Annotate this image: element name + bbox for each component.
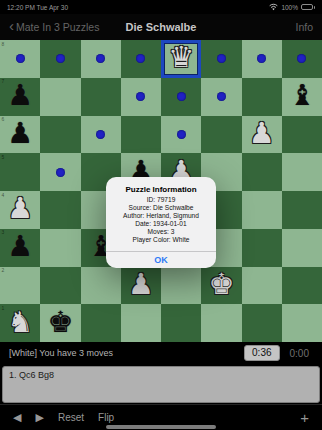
black-pawn-a3: ♟ <box>7 232 33 261</box>
ios-status-bar: 12:20 PM Tue Apr 30 100% <box>0 0 322 14</box>
legal-move-dot-e6 <box>177 130 186 139</box>
rank-label-1: 1 <box>2 305 5 311</box>
move-list[interactable]: 1. Qc6 Bg8 <box>2 366 320 403</box>
square-b7[interactable] <box>40 78 80 116</box>
square-g8[interactable] <box>242 40 282 78</box>
puzzle-information-dialog: Puzzle Information ID: 79719 Source: Die… <box>106 177 216 268</box>
square-g2[interactable] <box>242 267 282 305</box>
square-c8[interactable] <box>81 40 121 78</box>
rank-label-7: 7 <box>2 78 5 84</box>
legal-move-dot-b8 <box>56 54 65 63</box>
square-h3[interactable] <box>282 229 322 267</box>
flip-button[interactable]: Flip <box>98 412 114 423</box>
legal-move-dot-e7 <box>177 92 186 101</box>
black-king-b1: ♚ <box>47 308 73 337</box>
square-h6[interactable] <box>282 116 322 154</box>
square-e6[interactable] <box>161 116 201 154</box>
game-status-row: [White] You have 3 moves 0:36 0:00 <box>0 342 322 364</box>
chevron-left-icon: ‹ <box>9 21 14 31</box>
square-d7[interactable] <box>121 78 161 116</box>
legal-move-dot-a8 <box>16 54 25 63</box>
dialog-line-id: ID: 79719 <box>106 196 216 204</box>
rank-label-2: 2 <box>2 267 5 273</box>
legal-move-dot-h8 <box>297 54 306 63</box>
white-king-f2: ♚ <box>208 270 234 299</box>
square-b4[interactable] <box>40 191 80 229</box>
back-button-label: Mate In 3 Puzzles <box>16 21 99 33</box>
dialog-line-date: Date: 1934-01-01 <box>106 220 216 228</box>
square-e7[interactable] <box>161 78 201 116</box>
navigation-bar: ‹ Mate In 3 Puzzles Die Schwalbe Info <box>0 14 322 40</box>
square-g5[interactable] <box>242 153 282 191</box>
square-a3[interactable]: 3♟ <box>0 229 40 267</box>
square-f1[interactable] <box>201 304 241 342</box>
dialog-line-source: Source: Die Schwalbe <box>106 204 216 212</box>
square-b5[interactable] <box>40 153 80 191</box>
reset-button[interactable]: Reset <box>58 412 84 423</box>
ok-button[interactable]: OK <box>106 251 216 268</box>
legal-move-dot-c8 <box>96 54 105 63</box>
legal-move-dot-f7 <box>217 92 226 101</box>
square-d6[interactable] <box>121 116 161 154</box>
square-b1[interactable]: ♚ <box>40 304 80 342</box>
app-screen: 12:20 PM Tue Apr 30 100% ‹ Mate In 3 Puz… <box>0 0 322 430</box>
home-indicator[interactable] <box>106 425 216 429</box>
legal-move-dot-d8 <box>136 54 145 63</box>
square-e8[interactable]: ♛ <box>161 40 201 78</box>
square-f7[interactable] <box>201 78 241 116</box>
square-c7[interactable] <box>81 78 121 116</box>
battery-icon <box>301 4 315 10</box>
info-button[interactable]: Info <box>295 21 313 33</box>
clock-and-date: 12:20 PM Tue Apr 30 <box>7 4 68 11</box>
turn-status-text: [White] You have 3 moves <box>9 348 113 358</box>
square-h5[interactable] <box>282 153 322 191</box>
square-h8[interactable] <box>282 40 322 78</box>
square-f8[interactable] <box>201 40 241 78</box>
square-h1[interactable] <box>282 304 322 342</box>
white-pawn-a4: ♟ <box>7 194 33 223</box>
move-list-text: 1. Qc6 Bg8 <box>9 370 54 380</box>
legal-move-dot-d7 <box>136 92 145 101</box>
black-pawn-a6: ♟ <box>7 119 33 148</box>
white-pawn-d2: ♟ <box>128 270 154 299</box>
square-g1[interactable] <box>242 304 282 342</box>
square-b2[interactable] <box>40 267 80 305</box>
secondary-timer: 0:00 <box>290 348 309 359</box>
rank-label-3: 3 <box>2 229 5 235</box>
square-f2[interactable]: ♚ <box>201 267 241 305</box>
dialog-line-moves: Moves: 3 <box>106 228 216 236</box>
legal-move-dot-c6 <box>96 130 105 139</box>
square-b6[interactable] <box>40 116 80 154</box>
active-timer: 0:36 <box>244 345 279 361</box>
square-b8[interactable] <box>40 40 80 78</box>
white-queen-e8: ♛ <box>168 43 194 72</box>
legal-move-dot-g8 <box>257 54 266 63</box>
white-knight-a1: ♞ <box>7 308 33 337</box>
dialog-title: Puzzle Information <box>106 177 216 196</box>
white-pawn-g6: ♟ <box>249 119 275 148</box>
step-forward-button[interactable]: ▶ <box>35 412 43 423</box>
square-a6[interactable]: 6♟ <box>0 116 40 154</box>
legal-move-dot-f8 <box>217 54 226 63</box>
square-h4[interactable] <box>282 191 322 229</box>
square-d1[interactable] <box>121 304 161 342</box>
square-h7[interactable]: ♝ <box>282 78 322 116</box>
add-button[interactable]: + <box>300 411 309 425</box>
square-d8[interactable] <box>121 40 161 78</box>
square-a1[interactable]: 1♞ <box>0 304 40 342</box>
square-g6[interactable]: ♟ <box>242 116 282 154</box>
square-a8[interactable]: 8 <box>0 40 40 78</box>
square-c2[interactable] <box>81 267 121 305</box>
square-e2[interactable] <box>161 267 201 305</box>
square-a7[interactable]: 7♟ <box>0 78 40 116</box>
square-b3[interactable] <box>40 229 80 267</box>
black-bishop-h7: ♝ <box>289 81 315 110</box>
step-back-button[interactable]: ◀ <box>13 412 21 423</box>
square-a2[interactable]: 2 <box>0 267 40 305</box>
black-pawn-a7: ♟ <box>7 81 33 110</box>
square-g7[interactable] <box>242 78 282 116</box>
square-f6[interactable] <box>201 116 241 154</box>
square-c1[interactable] <box>81 304 121 342</box>
dialog-line-player-color: Player Color: White <box>106 236 216 244</box>
back-button[interactable]: ‹ Mate In 3 Puzzles <box>9 21 99 33</box>
square-g4[interactable] <box>242 191 282 229</box>
legal-move-dot-b5 <box>56 168 65 177</box>
square-d2[interactable]: ♟ <box>121 267 161 305</box>
rank-label-6: 6 <box>2 116 5 122</box>
square-c6[interactable] <box>81 116 121 154</box>
dialog-line-author: Author: Herland, Sigmund <box>106 212 216 220</box>
square-e1[interactable] <box>161 304 201 342</box>
square-h2[interactable] <box>282 267 322 305</box>
rank-label-4: 4 <box>2 192 5 198</box>
square-g3[interactable] <box>242 229 282 267</box>
rank-label-8: 8 <box>2 41 5 47</box>
battery-percent: 100% <box>281 4 298 11</box>
wifi-icon <box>269 3 278 12</box>
square-a5[interactable]: 5 <box>0 153 40 191</box>
rank-label-5: 5 <box>2 154 5 160</box>
square-a4[interactable]: 4♟ <box>0 191 40 229</box>
